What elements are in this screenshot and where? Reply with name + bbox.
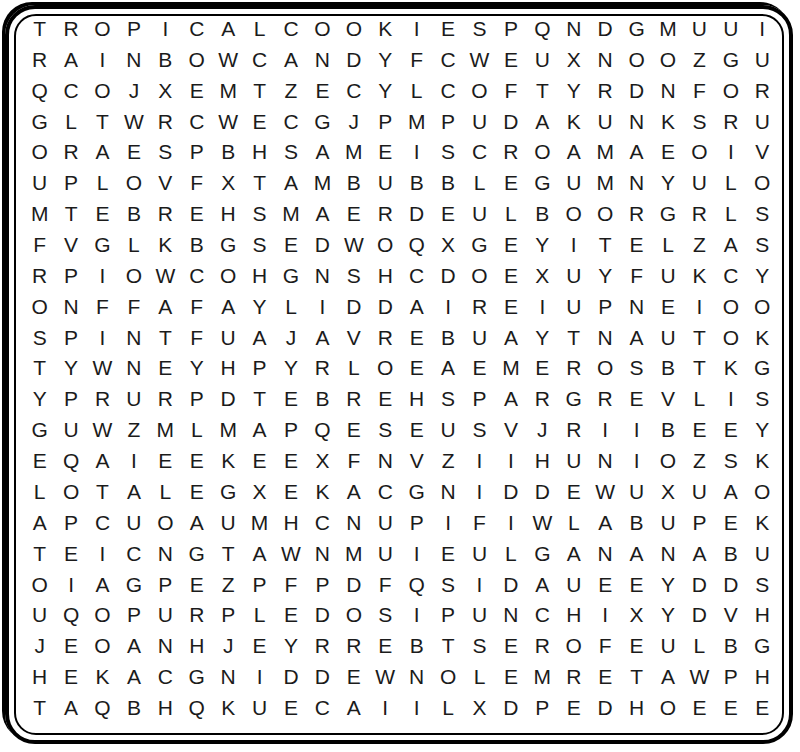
grid-cell[interactable]: N <box>621 167 652 198</box>
grid-cell[interactable]: H <box>150 692 181 723</box>
grid-cell[interactable]: R <box>307 630 338 661</box>
grid-cell[interactable]: O <box>464 75 495 106</box>
grid-cell[interactable]: C <box>87 507 118 538</box>
grid-cell[interactable]: E <box>432 198 463 229</box>
grid-cell[interactable]: O <box>747 476 778 507</box>
grid-cell[interactable]: I <box>370 692 401 723</box>
grid-cell[interactable]: B <box>118 198 149 229</box>
grid-cell[interactable]: A <box>715 476 746 507</box>
grid-cell[interactable]: P <box>589 291 620 322</box>
grid-cell[interactable]: K <box>212 445 243 476</box>
grid-cell[interactable]: E <box>621 569 652 600</box>
grid-cell[interactable]: B <box>652 353 683 384</box>
grid-cell[interactable]: L <box>558 507 589 538</box>
grid-cell[interactable]: N <box>307 260 338 291</box>
grid-cell[interactable]: C <box>370 476 401 507</box>
grid-cell[interactable]: R <box>684 198 715 229</box>
grid-cell[interactable]: M <box>244 507 275 538</box>
grid-cell[interactable]: K <box>652 106 683 137</box>
grid-cell[interactable]: V <box>150 167 181 198</box>
grid-cell[interactable]: A <box>527 569 558 600</box>
grid-cell[interactable]: P <box>118 13 149 44</box>
grid-cell[interactable]: G <box>652 198 683 229</box>
grid-cell[interactable]: H <box>401 383 432 414</box>
grid-cell[interactable]: Z <box>432 445 463 476</box>
grid-cell[interactable]: A <box>244 414 275 445</box>
grid-cell[interactable]: M <box>589 167 620 198</box>
grid-cell[interactable]: A <box>87 445 118 476</box>
grid-cell[interactable]: I <box>589 414 620 445</box>
grid-cell[interactable]: U <box>212 507 243 538</box>
grid-cell[interactable]: Z <box>684 445 715 476</box>
grid-cell[interactable]: W <box>370 661 401 692</box>
grid-cell[interactable]: I <box>401 136 432 167</box>
grid-cell[interactable]: F <box>118 291 149 322</box>
grid-cell[interactable]: R <box>558 661 589 692</box>
grid-cell[interactable]: C <box>181 106 212 137</box>
grid-cell[interactable]: K <box>715 353 746 384</box>
grid-cell[interactable]: S <box>244 229 275 260</box>
grid-cell[interactable]: T <box>87 476 118 507</box>
grid-cell[interactable]: D <box>589 692 620 723</box>
grid-cell[interactable]: F <box>338 445 369 476</box>
grid-cell[interactable]: A <box>558 136 589 167</box>
grid-cell[interactable]: E <box>118 136 149 167</box>
grid-cell[interactable]: I <box>87 260 118 291</box>
grid-cell[interactable]: V <box>401 445 432 476</box>
grid-cell[interactable]: Q <box>181 692 212 723</box>
grid-cell[interactable]: E <box>558 476 589 507</box>
grid-cell[interactable]: Y <box>244 291 275 322</box>
grid-cell[interactable]: A <box>652 661 683 692</box>
grid-cell[interactable]: H <box>747 600 778 631</box>
grid-cell[interactable]: T <box>24 353 55 384</box>
grid-cell[interactable]: S <box>338 260 369 291</box>
grid-cell[interactable]: S <box>715 445 746 476</box>
grid-cell[interactable]: I <box>495 507 526 538</box>
grid-cell[interactable]: E <box>87 198 118 229</box>
grid-cell[interactable]: S <box>432 383 463 414</box>
grid-cell[interactable]: I <box>715 136 746 167</box>
grid-cell[interactable]: X <box>432 229 463 260</box>
grid-cell[interactable]: M <box>589 136 620 167</box>
grid-cell[interactable]: D <box>275 661 306 692</box>
grid-cell[interactable]: G <box>87 229 118 260</box>
grid-cell[interactable]: I <box>432 291 463 322</box>
grid-cell[interactable]: R <box>55 136 86 167</box>
grid-cell[interactable]: I <box>432 507 463 538</box>
grid-cell[interactable]: E <box>747 692 778 723</box>
grid-cell[interactable]: E <box>338 661 369 692</box>
grid-cell[interactable]: E <box>715 692 746 723</box>
grid-cell[interactable]: O <box>24 569 55 600</box>
grid-cell[interactable]: O <box>181 44 212 75</box>
grid-cell[interactable]: C <box>275 106 306 137</box>
grid-cell[interactable]: W <box>212 44 243 75</box>
grid-cell[interactable]: H <box>212 198 243 229</box>
grid-cell[interactable]: L <box>495 538 526 569</box>
grid-cell[interactable]: G <box>558 383 589 414</box>
grid-cell[interactable]: I <box>55 569 86 600</box>
grid-cell[interactable]: U <box>464 322 495 353</box>
grid-cell[interactable]: U <box>652 507 683 538</box>
grid-cell[interactable]: R <box>715 106 746 137</box>
grid-cell[interactable]: Q <box>24 75 55 106</box>
grid-cell[interactable]: B <box>621 507 652 538</box>
grid-cell[interactable]: A <box>495 322 526 353</box>
grid-cell[interactable]: U <box>558 260 589 291</box>
grid-cell[interactable]: P <box>275 414 306 445</box>
grid-cell[interactable]: Q <box>401 569 432 600</box>
grid-cell[interactable]: G <box>307 106 338 137</box>
grid-cell[interactable]: P <box>212 600 243 631</box>
grid-cell[interactable]: I <box>401 600 432 631</box>
grid-cell[interactable]: O <box>652 445 683 476</box>
grid-cell[interactable]: X <box>244 476 275 507</box>
grid-cell[interactable]: D <box>307 229 338 260</box>
grid-cell[interactable]: X <box>621 600 652 631</box>
grid-cell[interactable]: S <box>24 322 55 353</box>
grid-cell[interactable]: F <box>87 291 118 322</box>
grid-cell[interactable]: O <box>747 291 778 322</box>
grid-cell[interactable]: O <box>652 44 683 75</box>
grid-cell[interactable]: O <box>87 75 118 106</box>
grid-cell[interactable]: P <box>495 13 526 44</box>
grid-cell[interactable]: F <box>370 569 401 600</box>
grid-cell[interactable]: Y <box>24 383 55 414</box>
grid-cell[interactable]: L <box>244 13 275 44</box>
grid-cell[interactable]: K <box>150 229 181 260</box>
grid-cell[interactable]: U <box>370 538 401 569</box>
grid-cell[interactable]: V <box>495 414 526 445</box>
grid-cell[interactable]: C <box>244 44 275 75</box>
grid-cell[interactable]: K <box>87 661 118 692</box>
grid-cell[interactable]: E <box>652 291 683 322</box>
grid-cell[interactable]: W <box>87 353 118 384</box>
grid-cell[interactable]: D <box>684 569 715 600</box>
grid-cell[interactable]: A <box>401 291 432 322</box>
grid-cell[interactable]: A <box>684 538 715 569</box>
grid-cell[interactable]: B <box>150 44 181 75</box>
grid-cell[interactable]: S <box>747 198 778 229</box>
grid-cell[interactable]: O <box>747 167 778 198</box>
grid-cell[interactable]: C <box>464 136 495 167</box>
grid-cell[interactable]: P <box>55 167 86 198</box>
grid-cell[interactable]: F <box>181 167 212 198</box>
grid-cell[interactable]: C <box>181 13 212 44</box>
grid-cell[interactable]: D <box>495 476 526 507</box>
grid-cell[interactable]: K <box>370 13 401 44</box>
grid-cell[interactable]: C <box>150 661 181 692</box>
grid-cell[interactable]: A <box>558 538 589 569</box>
grid-cell[interactable]: Y <box>747 414 778 445</box>
grid-cell[interactable]: K <box>684 260 715 291</box>
grid-cell[interactable]: M <box>401 106 432 137</box>
grid-cell[interactable]: K <box>307 476 338 507</box>
grid-cell[interactable]: T <box>24 692 55 723</box>
grid-cell[interactable]: U <box>118 507 149 538</box>
grid-cell[interactable]: E <box>401 353 432 384</box>
grid-cell[interactable]: P <box>464 383 495 414</box>
grid-cell[interactable]: E <box>715 507 746 538</box>
grid-cell[interactable]: R <box>621 198 652 229</box>
grid-cell[interactable]: P <box>150 569 181 600</box>
grid-cell[interactable]: U <box>464 600 495 631</box>
grid-cell[interactable]: E <box>150 353 181 384</box>
grid-cell[interactable]: I <box>401 692 432 723</box>
grid-cell[interactable]: B <box>432 322 463 353</box>
grid-cell[interactable]: A <box>307 136 338 167</box>
grid-cell[interactable]: E <box>495 291 526 322</box>
grid-cell[interactable]: A <box>621 322 652 353</box>
grid-cell[interactable]: A <box>55 44 86 75</box>
grid-cell[interactable]: O <box>527 136 558 167</box>
grid-cell[interactable]: B <box>118 692 149 723</box>
grid-cell[interactable]: I <box>87 44 118 75</box>
grid-cell[interactable]: E <box>150 445 181 476</box>
grid-cell[interactable]: X <box>558 44 589 75</box>
grid-cell[interactable]: U <box>747 44 778 75</box>
grid-cell[interactable]: N <box>55 291 86 322</box>
grid-cell[interactable]: N <box>589 44 620 75</box>
grid-cell[interactable]: K <box>747 322 778 353</box>
grid-cell[interactable]: U <box>464 198 495 229</box>
grid-cell[interactable]: K <box>558 106 589 137</box>
grid-cell[interactable]: P <box>55 507 86 538</box>
grid-cell[interactable]: I <box>527 291 558 322</box>
grid-cell[interactable]: D <box>338 291 369 322</box>
grid-cell[interactable]: A <box>118 630 149 661</box>
grid-cell[interactable]: R <box>338 383 369 414</box>
grid-cell[interactable]: I <box>464 445 495 476</box>
grid-cell[interactable]: S <box>747 569 778 600</box>
grid-cell[interactable]: E <box>244 630 275 661</box>
grid-cell[interactable]: S <box>244 198 275 229</box>
grid-cell[interactable]: O <box>370 353 401 384</box>
grid-cell[interactable]: S <box>150 136 181 167</box>
grid-cell[interactable]: R <box>370 322 401 353</box>
grid-cell[interactable]: E <box>621 229 652 260</box>
grid-cell[interactable]: L <box>118 229 149 260</box>
grid-cell[interactable]: A <box>338 692 369 723</box>
grid-cell[interactable]: O <box>621 44 652 75</box>
grid-cell[interactable]: T <box>24 538 55 569</box>
grid-cell[interactable]: V <box>652 383 683 414</box>
grid-cell[interactable]: G <box>212 476 243 507</box>
grid-cell[interactable]: S <box>684 106 715 137</box>
grid-cell[interactable]: I <box>87 538 118 569</box>
grid-cell[interactable]: N <box>118 44 149 75</box>
grid-cell[interactable]: O <box>652 692 683 723</box>
grid-cell[interactable]: X <box>150 75 181 106</box>
grid-cell[interactable]: E <box>495 229 526 260</box>
grid-cell[interactable]: N <box>432 476 463 507</box>
grid-cell[interactable]: Q <box>401 229 432 260</box>
grid-cell[interactable]: Q <box>307 414 338 445</box>
grid-cell[interactable]: O <box>307 13 338 44</box>
grid-cell[interactable]: C <box>181 260 212 291</box>
grid-cell[interactable]: Y <box>558 75 589 106</box>
grid-cell[interactable]: L <box>24 476 55 507</box>
grid-cell[interactable]: G <box>212 229 243 260</box>
grid-cell[interactable]: U <box>715 13 746 44</box>
grid-cell[interactable]: P <box>118 600 149 631</box>
grid-cell[interactable]: O <box>589 353 620 384</box>
grid-cell[interactable]: H <box>275 507 306 538</box>
grid-cell[interactable]: B <box>432 167 463 198</box>
grid-cell[interactable]: U <box>118 383 149 414</box>
grid-cell[interactable]: Y <box>589 260 620 291</box>
grid-cell[interactable]: V <box>747 136 778 167</box>
grid-cell[interactable]: X <box>652 476 683 507</box>
grid-cell[interactable]: A <box>212 13 243 44</box>
grid-cell[interactable]: L <box>495 198 526 229</box>
grid-cell[interactable]: U <box>150 600 181 631</box>
grid-cell[interactable]: N <box>621 291 652 322</box>
grid-cell[interactable]: Y <box>527 322 558 353</box>
grid-cell[interactable]: D <box>307 600 338 631</box>
grid-cell[interactable]: S <box>747 229 778 260</box>
grid-cell[interactable]: F <box>684 75 715 106</box>
grid-cell[interactable]: H <box>527 445 558 476</box>
grid-cell[interactable]: T <box>244 75 275 106</box>
grid-cell[interactable]: K <box>212 692 243 723</box>
grid-cell[interactable]: B <box>338 167 369 198</box>
grid-cell[interactable]: L <box>401 75 432 106</box>
grid-cell[interactable]: G <box>464 229 495 260</box>
grid-cell[interactable]: R <box>55 13 86 44</box>
grid-cell[interactable]: O <box>684 136 715 167</box>
grid-cell[interactable]: M <box>338 136 369 167</box>
grid-cell[interactable]: U <box>558 291 589 322</box>
grid-cell[interactable]: U <box>621 476 652 507</box>
grid-cell[interactable]: Y <box>747 260 778 291</box>
grid-cell[interactable]: E <box>370 383 401 414</box>
grid-cell[interactable]: F <box>401 44 432 75</box>
grid-cell[interactable]: B <box>401 630 432 661</box>
grid-cell[interactable]: M <box>307 167 338 198</box>
grid-cell[interactable]: A <box>715 229 746 260</box>
grid-cell[interactable]: U <box>212 322 243 353</box>
grid-cell[interactable]: N <box>652 75 683 106</box>
grid-cell[interactable]: E <box>275 383 306 414</box>
grid-cell[interactable]: E <box>401 322 432 353</box>
grid-cell[interactable]: G <box>527 167 558 198</box>
grid-cell[interactable]: F <box>464 507 495 538</box>
grid-cell[interactable]: G <box>527 538 558 569</box>
grid-cell[interactable]: I <box>495 445 526 476</box>
grid-cell[interactable]: T <box>55 198 86 229</box>
grid-cell[interactable]: O <box>715 291 746 322</box>
grid-cell[interactable]: I <box>684 291 715 322</box>
grid-cell[interactable]: C <box>432 44 463 75</box>
grid-cell[interactable]: Z <box>212 569 243 600</box>
grid-cell[interactable]: S <box>370 600 401 631</box>
grid-cell[interactable]: N <box>589 322 620 353</box>
grid-cell[interactable]: J <box>338 106 369 137</box>
grid-cell[interactable]: A <box>150 291 181 322</box>
grid-cell[interactable]: E <box>652 136 683 167</box>
grid-cell[interactable]: E <box>684 414 715 445</box>
grid-cell[interactable]: N <box>307 44 338 75</box>
grid-cell[interactable]: L <box>150 476 181 507</box>
grid-cell[interactable]: B <box>652 414 683 445</box>
grid-cell[interactable]: D <box>212 383 243 414</box>
grid-cell[interactable]: G <box>747 353 778 384</box>
grid-cell[interactable]: W <box>684 661 715 692</box>
grid-cell[interactable]: E <box>495 167 526 198</box>
grid-cell[interactable]: P <box>715 661 746 692</box>
grid-cell[interactable]: S <box>464 414 495 445</box>
grid-cell[interactable]: N <box>495 600 526 631</box>
grid-cell[interactable]: N <box>589 445 620 476</box>
grid-cell[interactable]: D <box>307 661 338 692</box>
grid-cell[interactable]: G <box>715 44 746 75</box>
grid-cell[interactable]: F <box>621 260 652 291</box>
grid-cell[interactable]: S <box>275 136 306 167</box>
grid-cell[interactable]: B <box>715 538 746 569</box>
grid-cell[interactable]: R <box>307 353 338 384</box>
grid-cell[interactable]: A <box>118 661 149 692</box>
grid-cell[interactable]: I <box>118 445 149 476</box>
grid-cell[interactable]: O <box>558 630 589 661</box>
grid-cell[interactable]: L <box>715 198 746 229</box>
grid-cell[interactable]: U <box>652 260 683 291</box>
grid-cell[interactable]: N <box>621 106 652 137</box>
grid-cell[interactable]: R <box>558 353 589 384</box>
grid-cell[interactable]: C <box>338 75 369 106</box>
grid-cell[interactable]: R <box>338 630 369 661</box>
grid-cell[interactable]: O <box>150 507 181 538</box>
grid-cell[interactable]: F <box>24 229 55 260</box>
grid-cell[interactable]: D <box>621 75 652 106</box>
grid-cell[interactable]: I <box>558 229 589 260</box>
grid-cell[interactable]: E <box>370 136 401 167</box>
grid-cell[interactable]: D <box>338 569 369 600</box>
grid-cell[interactable]: A <box>275 167 306 198</box>
grid-cell[interactable]: V <box>55 229 86 260</box>
grid-cell[interactable]: L <box>464 167 495 198</box>
grid-cell[interactable]: N <box>558 13 589 44</box>
grid-cell[interactable]: L <box>181 414 212 445</box>
grid-cell[interactable]: L <box>464 661 495 692</box>
grid-cell[interactable]: Y <box>370 75 401 106</box>
grid-cell[interactable]: D <box>589 13 620 44</box>
grid-cell[interactable]: N <box>652 538 683 569</box>
grid-cell[interactable]: U <box>24 600 55 631</box>
grid-cell[interactable]: O <box>24 136 55 167</box>
grid-cell[interactable]: Y <box>652 600 683 631</box>
grid-cell[interactable]: Y <box>370 44 401 75</box>
grid-cell[interactable]: A <box>589 507 620 538</box>
grid-cell[interactable]: U <box>244 692 275 723</box>
grid-cell[interactable]: R <box>527 383 558 414</box>
grid-cell[interactable]: U <box>684 13 715 44</box>
grid-cell[interactable]: N <box>589 538 620 569</box>
grid-cell[interactable]: U <box>558 569 589 600</box>
grid-cell[interactable]: E <box>495 44 526 75</box>
grid-cell[interactable]: N <box>401 661 432 692</box>
grid-cell[interactable]: U <box>589 106 620 137</box>
grid-cell[interactable]: O <box>715 75 746 106</box>
grid-cell[interactable]: B <box>527 198 558 229</box>
grid-cell[interactable]: O <box>558 198 589 229</box>
grid-cell[interactable]: M <box>24 198 55 229</box>
grid-cell[interactable]: M <box>275 198 306 229</box>
grid-cell[interactable]: S <box>747 383 778 414</box>
grid-cell[interactable]: G <box>747 630 778 661</box>
grid-cell[interactable]: N <box>307 538 338 569</box>
